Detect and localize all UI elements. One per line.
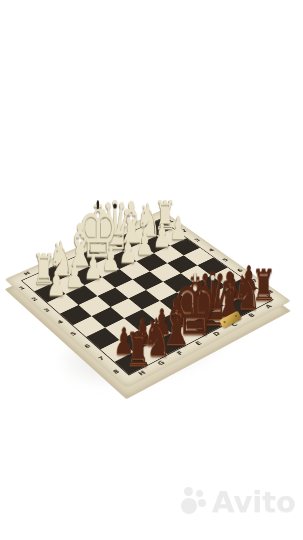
white-pawn: ♟ — [101, 245, 120, 273]
white-pawn: ♟ — [47, 269, 66, 298]
white-pawn: ♟ — [84, 253, 103, 282]
white-pawn: ♟ — [169, 214, 187, 241]
finial-tip — [97, 200, 99, 209]
board-squares: ♜♞♝♚♛♝♞♜♟♟♟♟♟♟♟♟♟♟♟♟♟♟♟♟♜♞♝♚♛♝♞♜ — [21, 219, 274, 376]
avito-watermark: Avito — [181, 486, 296, 518]
avito-logo-icon — [181, 486, 209, 518]
watermark-text: Avito — [212, 486, 296, 518]
white-pawn: ♟ — [153, 222, 171, 250]
scene: ♜♞♝♚♛♝♞♜♟♟♟♟♟♟♟♟♟♟♟♟♟♟♟♟♜♞♝♚♛♝♞♜ HGFEDCB… — [0, 0, 303, 540]
finial-tip — [193, 272, 196, 282]
white-pawn: ♟ — [119, 237, 137, 265]
latch-screw-icon — [223, 321, 226, 324]
chess-set-product-photo: ♜♞♝♚♛♝♞♜♟♟♟♟♟♟♟♟♟♟♟♟♟♟♟♟♜♞♝♚♛♝♞♜ HGFEDCB… — [0, 0, 303, 540]
white-pawn: ♟ — [136, 229, 154, 257]
chess-board: ♜♞♝♚♛♝♞♜♟♟♟♟♟♟♟♟♟♟♟♟♟♟♟♟♜♞♝♚♛♝♞♜ HGFEDCB… — [5, 210, 291, 388]
latch-screw-icon — [235, 315, 238, 318]
black-rook: ♜ — [126, 330, 152, 369]
white-pawn: ♟ — [65, 261, 84, 290]
